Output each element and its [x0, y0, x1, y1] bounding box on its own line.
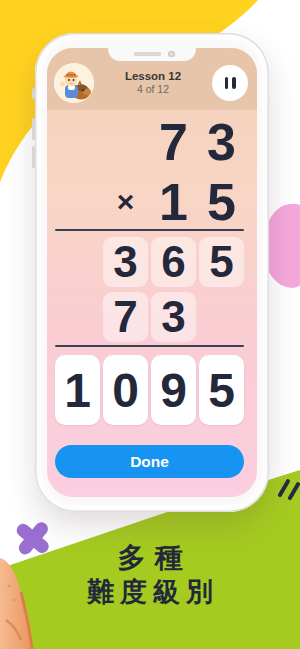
done-button[interactable]: Done [55, 445, 244, 478]
answer-digit-tile[interactable]: 9 [151, 355, 196, 425]
phone-mockup: Lesson 12 4 of 12 7 3 × 1 5 [35, 33, 269, 512]
multiplicand-digit: 7 [151, 112, 196, 172]
lesson-progress: 4 of 12 [94, 83, 212, 96]
front-camera [168, 51, 175, 58]
partial-digit-tile[interactable]: 7 [103, 292, 148, 342]
pause-button[interactable] [212, 65, 248, 101]
answer-digit-tile[interactable]: 0 [103, 355, 148, 425]
multiplicand-digit: 3 [199, 112, 244, 172]
marketing-caption: 多種 難度級別 [0, 541, 300, 609]
multiply-sign: × [103, 172, 148, 232]
avatar-cowboy-kid-icon[interactable] [54, 63, 94, 103]
multiplier-digit: 1 [151, 172, 196, 232]
speaker-grille [134, 52, 161, 57]
partial-digit-tile[interactable]: 6 [151, 237, 196, 287]
caption-line-1: 多種 [0, 541, 300, 575]
pink-heart-decoration [264, 204, 300, 288]
partial-product-row-1: 3 6 5 [55, 237, 244, 287]
answer-digit-tile[interactable]: 5 [199, 355, 244, 425]
answer-digit-tile[interactable]: 1 [55, 355, 100, 425]
slash-marks-decoration [279, 474, 300, 504]
partial-digit-tile[interactable]: 5 [199, 237, 244, 287]
partial-digit-tile[interactable]: 3 [103, 237, 148, 287]
app-screen: Lesson 12 4 of 12 7 3 × 1 5 [47, 48, 257, 497]
worksheet-line [55, 345, 244, 347]
multiplier-digit: 5 [199, 172, 244, 232]
multiplicand-row: 7 3 [55, 112, 244, 170]
pause-icon [225, 77, 229, 89]
phone-notch [108, 48, 196, 61]
worksheet-line [55, 229, 244, 231]
lesson-title: Lesson 12 [94, 70, 212, 83]
lesson-info: Lesson 12 4 of 12 [94, 70, 212, 96]
pause-icon [232, 77, 236, 89]
answer-row: 1 0 9 5 [55, 355, 244, 425]
partial-digit-tile[interactable]: 3 [151, 292, 196, 342]
multiplier-row: × 1 5 [55, 172, 244, 228]
partial-product-row-2: 7 3 [55, 292, 244, 342]
app-store-screenshot: 多種 難度級別 [0, 0, 300, 649]
caption-line-2: 難度級別 [0, 575, 300, 609]
